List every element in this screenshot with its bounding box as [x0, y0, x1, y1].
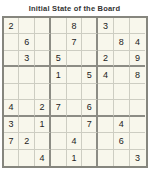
- cell-r8c1: 7: [4, 133, 20, 149]
- cell-r6c7: [98, 100, 114, 116]
- cell-r6c2: [19, 100, 35, 116]
- cell-r1c6: [82, 18, 98, 34]
- cell-r1c5: 8: [67, 18, 83, 34]
- cell-r5c7: [98, 84, 114, 100]
- cell-r2c2: 6: [19, 34, 35, 50]
- cell-r9c9: 3: [130, 150, 146, 166]
- cell-r5c1: [4, 84, 20, 100]
- cell-r4c2: [19, 67, 35, 83]
- cell-r2c5: 7: [67, 34, 83, 50]
- cell-r3c8: [114, 51, 130, 67]
- cell-r7c4: [51, 117, 67, 133]
- cell-r7c2: [19, 117, 35, 133]
- cell-r3c5: [67, 51, 83, 67]
- cell-r6c5: [67, 100, 83, 116]
- cell-r2c7: [98, 34, 114, 50]
- cell-r4c8: [114, 67, 130, 83]
- cell-r5c5: [67, 84, 83, 100]
- cell-r6c4: 7: [51, 100, 67, 116]
- cell-r8c2: 2: [19, 133, 35, 149]
- board-title: Initial State of the Board: [0, 0, 149, 16]
- cell-r7c3: 1: [35, 117, 51, 133]
- cell-r9c2: [19, 150, 35, 166]
- cell-r7c5: [67, 117, 83, 133]
- cell-r8c9: [130, 133, 146, 149]
- cell-r3c7: 2: [98, 51, 114, 67]
- cell-r4c4: 1: [51, 67, 67, 83]
- cell-r9c7: [98, 150, 114, 166]
- cell-r6c1: 4: [4, 100, 20, 116]
- cell-r3c2: 3: [19, 51, 35, 67]
- cell-r9c4: [51, 150, 67, 166]
- cell-r6c9: [130, 100, 146, 116]
- cell-r5c4: [51, 84, 67, 100]
- cell-r3c1: [4, 51, 20, 67]
- cell-r4c7: 4: [98, 67, 114, 83]
- cell-r8c5: 4: [67, 133, 83, 149]
- cell-r2c1: [4, 34, 20, 50]
- cell-r8c3: [35, 133, 51, 149]
- cell-r2c4: [51, 34, 67, 50]
- cell-r5c6: [82, 84, 98, 100]
- cell-r3c6: [82, 51, 98, 67]
- cell-r1c3: [35, 18, 51, 34]
- cell-r1c1: 2: [4, 18, 20, 34]
- cell-r6c3: 2: [35, 100, 51, 116]
- cell-r9c5: 1: [67, 150, 83, 166]
- cell-r1c4: [51, 18, 67, 34]
- cell-r4c6: 5: [82, 67, 98, 83]
- cell-r4c3: [35, 67, 51, 83]
- cell-r9c6: [82, 150, 98, 166]
- cell-r7c8: 4: [114, 117, 130, 133]
- cell-r5c3: [35, 84, 51, 100]
- cell-r2c3: [35, 34, 51, 50]
- cell-r7c7: [98, 117, 114, 133]
- cell-r1c7: 3: [98, 18, 114, 34]
- sudoku-page: Initial State of the Board 2836784352915…: [0, 0, 149, 169]
- cell-r1c9: [130, 18, 146, 34]
- cell-r7c1: 3: [4, 117, 20, 133]
- cell-r9c1: [4, 150, 20, 166]
- cell-r9c8: [114, 150, 130, 166]
- sudoku-board: 283678435291548427631747246413: [2, 16, 148, 168]
- cell-r6c8: [114, 100, 130, 116]
- cell-r5c9: [130, 84, 146, 100]
- cell-r8c7: [98, 133, 114, 149]
- cell-r4c9: 8: [130, 67, 146, 83]
- cell-r9c3: 4: [35, 150, 51, 166]
- cell-r2c9: 4: [130, 34, 146, 50]
- cell-r4c1: [4, 67, 20, 83]
- cell-r7c6: 7: [82, 117, 98, 133]
- cell-r8c6: [82, 133, 98, 149]
- cell-r8c8: 6: [114, 133, 130, 149]
- cell-r5c2: [19, 84, 35, 100]
- cell-r1c2: [19, 18, 35, 34]
- cell-r3c3: [35, 51, 51, 67]
- cell-r7c9: [130, 117, 146, 133]
- cell-r1c8: [114, 18, 130, 34]
- cell-r6c6: 6: [82, 100, 98, 116]
- cell-r5c8: [114, 84, 130, 100]
- cell-r3c9: 9: [130, 51, 146, 67]
- cell-r8c4: [51, 133, 67, 149]
- cell-r2c6: [82, 34, 98, 50]
- cell-r2c8: 8: [114, 34, 130, 50]
- cell-r3c4: 5: [51, 51, 67, 67]
- cell-r4c5: [67, 67, 83, 83]
